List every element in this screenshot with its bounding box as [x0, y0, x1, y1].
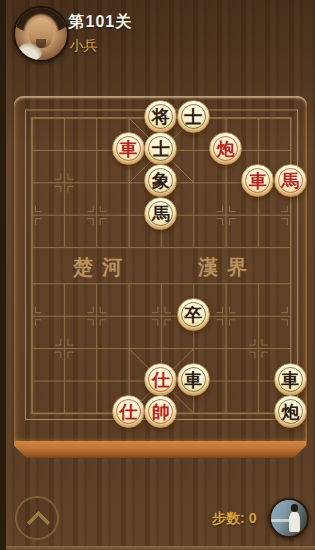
chevron-up-icon	[26, 510, 50, 534]
piece-black-象[interactable]: 象	[144, 164, 177, 197]
piece-glyph: 将	[145, 101, 176, 132]
opponent-photo-background	[271, 519, 291, 522]
expand-menu-button[interactable]	[15, 496, 59, 540]
piece-red-仕[interactable]: 仕	[144, 363, 177, 396]
opponent-photo-head	[291, 504, 298, 511]
piece-glyph: 馬	[275, 165, 306, 196]
header-bar: 第101关 小兵	[6, 0, 315, 64]
piece-glyph: 炮	[210, 133, 241, 164]
steps-counter: 步数:0	[212, 510, 256, 528]
piece-glyph: 車	[113, 133, 144, 164]
river-label-right: 漢界	[181, 254, 265, 280]
piece-black-車[interactable]: 車	[274, 363, 307, 396]
piece-glyph: 仕	[113, 396, 144, 427]
piece-black-炮[interactable]: 炮	[274, 395, 307, 428]
piece-red-炮[interactable]: 炮	[209, 132, 242, 165]
piece-glyph: 車	[275, 364, 306, 395]
game-screen: 第101关 小兵 楚河 漢界 将士車士炮象車馬馬卒仕車車仕帥炮 步数:0	[6, 0, 315, 550]
piece-red-馬[interactable]: 馬	[274, 164, 307, 197]
piece-glyph: 炮	[275, 396, 306, 427]
bottom-edge-strip	[6, 546, 315, 550]
piece-black-将[interactable]: 将	[144, 100, 177, 133]
piece-glyph: 帥	[145, 396, 176, 427]
board-front-edge	[14, 441, 307, 458]
piece-red-車[interactable]: 車	[241, 164, 274, 197]
piece-black-車[interactable]: 車	[177, 363, 210, 396]
piece-glyph: 卒	[178, 299, 209, 330]
piece-black-士[interactable]: 士	[144, 132, 177, 165]
rank-label: 小兵	[70, 37, 98, 55]
piece-red-仕[interactable]: 仕	[112, 395, 145, 428]
level-title: 第101关	[69, 12, 133, 33]
piece-black-馬[interactable]: 馬	[144, 197, 177, 230]
river-label-left: 楚河	[56, 254, 140, 280]
piece-glyph: 車	[178, 364, 209, 395]
piece-black-卒[interactable]: 卒	[177, 298, 210, 331]
piece-glyph: 象	[145, 165, 176, 196]
piece-black-士[interactable]: 士	[177, 100, 210, 133]
steps-value: 0	[249, 510, 257, 526]
steps-label: 步数:	[212, 510, 245, 526]
piece-glyph: 仕	[145, 364, 176, 395]
piece-red-帥[interactable]: 帥	[144, 395, 177, 428]
opponent-avatar[interactable]	[269, 498, 309, 538]
piece-red-車[interactable]: 車	[112, 132, 145, 165]
piece-glyph: 士	[178, 101, 209, 132]
piece-glyph: 車	[242, 165, 273, 196]
piece-glyph: 馬	[145, 198, 176, 229]
hero-avatar[interactable]	[13, 6, 69, 62]
opponent-photo-figure	[289, 511, 300, 532]
piece-glyph: 士	[145, 133, 176, 164]
